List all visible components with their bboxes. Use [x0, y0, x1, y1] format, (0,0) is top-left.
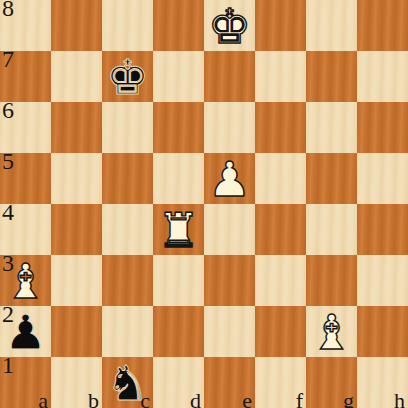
square-b7[interactable]: [51, 51, 102, 102]
file-label-a: a: [38, 390, 48, 408]
square-d8[interactable]: [153, 0, 204, 51]
rank-label-7: 7: [2, 47, 14, 71]
square-b1[interactable]: b: [51, 357, 102, 408]
square-f7[interactable]: [255, 51, 306, 102]
white-pawn-e5[interactable]: ♟: [204, 153, 255, 204]
black-king-c7[interactable]: ♚: [102, 51, 153, 102]
square-g3[interactable]: [306, 255, 357, 306]
square-g6[interactable]: [306, 102, 357, 153]
square-e7[interactable]: [204, 51, 255, 102]
square-b4[interactable]: [51, 204, 102, 255]
square-a6[interactable]: 6: [0, 102, 51, 153]
square-b2[interactable]: [51, 306, 102, 357]
square-c5[interactable]: [102, 153, 153, 204]
square-c3[interactable]: [102, 255, 153, 306]
black-knight-c1[interactable]: ♞: [102, 357, 153, 408]
file-label-b: b: [88, 390, 99, 408]
square-f5[interactable]: [255, 153, 306, 204]
square-e4[interactable]: [204, 204, 255, 255]
square-b3[interactable]: [51, 255, 102, 306]
square-c8[interactable]: [102, 0, 153, 51]
white-king-e8[interactable]: ♚: [204, 0, 255, 51]
square-e8[interactable]: ♚: [204, 0, 255, 51]
square-h2[interactable]: [357, 306, 408, 357]
square-e1[interactable]: e: [204, 357, 255, 408]
square-f2[interactable]: [255, 306, 306, 357]
rank-label-5: 5: [2, 149, 14, 173]
square-b8[interactable]: [51, 0, 102, 51]
square-h3[interactable]: [357, 255, 408, 306]
square-d5[interactable]: [153, 153, 204, 204]
square-f1[interactable]: f: [255, 357, 306, 408]
square-a4[interactable]: 4: [0, 204, 51, 255]
file-label-e: e: [242, 390, 252, 408]
square-h8[interactable]: [357, 0, 408, 51]
square-h5[interactable]: [357, 153, 408, 204]
square-a3[interactable]: 3♝: [0, 255, 51, 306]
square-a2[interactable]: 2♟: [0, 306, 51, 357]
square-e6[interactable]: [204, 102, 255, 153]
square-b5[interactable]: [51, 153, 102, 204]
file-label-g: g: [343, 390, 354, 408]
file-label-f: f: [296, 390, 303, 408]
square-a5[interactable]: 5: [0, 153, 51, 204]
square-d1[interactable]: d: [153, 357, 204, 408]
square-d4[interactable]: ♜: [153, 204, 204, 255]
square-h7[interactable]: [357, 51, 408, 102]
square-d7[interactable]: [153, 51, 204, 102]
square-d2[interactable]: [153, 306, 204, 357]
square-e2[interactable]: [204, 306, 255, 357]
square-f4[interactable]: [255, 204, 306, 255]
square-f8[interactable]: [255, 0, 306, 51]
white-bishop-g2[interactable]: ♝: [306, 306, 357, 357]
square-f6[interactable]: [255, 102, 306, 153]
square-c7[interactable]: ♚: [102, 51, 153, 102]
square-g2[interactable]: ♝: [306, 306, 357, 357]
square-h6[interactable]: [357, 102, 408, 153]
rank-label-4: 4: [2, 200, 14, 224]
square-g7[interactable]: [306, 51, 357, 102]
file-label-d: d: [190, 390, 201, 408]
square-d6[interactable]: [153, 102, 204, 153]
square-c2[interactable]: [102, 306, 153, 357]
square-g8[interactable]: [306, 0, 357, 51]
square-b6[interactable]: [51, 102, 102, 153]
square-g5[interactable]: [306, 153, 357, 204]
square-g4[interactable]: [306, 204, 357, 255]
square-a1[interactable]: 1a: [0, 357, 51, 408]
square-c1[interactable]: c♞: [102, 357, 153, 408]
rank-label-6: 6: [2, 98, 14, 122]
file-label-h: h: [394, 390, 405, 408]
square-d3[interactable]: [153, 255, 204, 306]
square-c6[interactable]: [102, 102, 153, 153]
square-e3[interactable]: [204, 255, 255, 306]
square-h1[interactable]: h: [357, 357, 408, 408]
rank-label-8: 8: [2, 0, 14, 20]
square-e5[interactable]: ♟: [204, 153, 255, 204]
square-f3[interactable]: [255, 255, 306, 306]
white-rook-d4[interactable]: ♜: [153, 204, 204, 255]
chess-board: 8♚7♚65♟4♜3♝2♟♝1abc♞defgh: [0, 0, 408, 408]
square-c4[interactable]: [102, 204, 153, 255]
white-bishop-a3[interactable]: ♝: [0, 255, 51, 306]
square-g1[interactable]: g: [306, 357, 357, 408]
square-h4[interactable]: [357, 204, 408, 255]
square-a7[interactable]: 7: [0, 51, 51, 102]
black-pawn-a2[interactable]: ♟: [0, 306, 51, 357]
square-a8[interactable]: 8: [0, 0, 51, 51]
